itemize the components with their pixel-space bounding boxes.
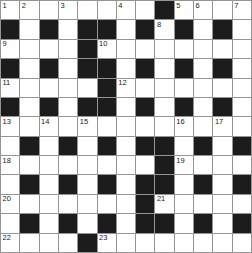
- black-cell: [155, 156, 173, 174]
- black-cell: [40, 59, 58, 77]
- white-cell[interactable]: [175, 234, 193, 252]
- white-cell[interactable]: [40, 1, 58, 19]
- white-cell[interactable]: [78, 1, 96, 19]
- white-cell[interactable]: 22: [1, 234, 19, 252]
- white-cell[interactable]: [1, 137, 19, 155]
- black-cell: [59, 137, 77, 155]
- black-cell: [136, 20, 154, 38]
- white-cell[interactable]: [233, 195, 251, 213]
- black-cell: [78, 59, 96, 77]
- white-cell[interactable]: 21: [155, 195, 173, 213]
- black-cell: [78, 234, 96, 252]
- black-cell: [98, 137, 116, 155]
- white-cell[interactable]: 3: [59, 1, 77, 19]
- white-cell[interactable]: [213, 1, 231, 19]
- black-cell: [20, 214, 38, 232]
- clue-number: 22: [3, 234, 11, 242]
- white-cell[interactable]: [175, 214, 193, 232]
- white-cell[interactable]: 7: [233, 1, 251, 19]
- white-cell[interactable]: [20, 59, 38, 77]
- white-cell[interactable]: [20, 117, 38, 135]
- white-cell[interactable]: [194, 195, 212, 213]
- white-cell[interactable]: [194, 40, 212, 58]
- white-cell[interactable]: [155, 40, 173, 58]
- clue-number: 21: [157, 195, 165, 203]
- white-cell[interactable]: [40, 79, 58, 97]
- white-cell[interactable]: 15: [78, 117, 96, 135]
- white-cell[interactable]: [117, 59, 135, 77]
- white-cell[interactable]: 4: [117, 1, 135, 19]
- crossword-grid: 1234567891011121314151617181920212223: [0, 0, 252, 253]
- white-cell[interactable]: [117, 195, 135, 213]
- black-cell: [155, 137, 173, 155]
- black-cell: [78, 20, 96, 38]
- black-cell: [155, 1, 173, 19]
- white-cell[interactable]: 11: [1, 79, 19, 97]
- black-cell: [194, 137, 212, 155]
- white-cell[interactable]: [59, 195, 77, 213]
- white-cell[interactable]: [136, 234, 154, 252]
- clue-number: 10: [99, 40, 107, 48]
- white-cell[interactable]: [40, 234, 58, 252]
- white-cell[interactable]: [155, 59, 173, 77]
- white-cell[interactable]: [233, 40, 251, 58]
- white-cell[interactable]: [59, 79, 77, 97]
- black-cell: [78, 40, 96, 58]
- white-cell[interactable]: [175, 40, 193, 58]
- black-cell: [98, 79, 116, 97]
- white-cell[interactable]: [117, 156, 135, 174]
- white-cell[interactable]: [98, 117, 116, 135]
- clue-number: 3: [60, 2, 64, 10]
- white-cell[interactable]: 14: [40, 117, 58, 135]
- clue-number: 19: [176, 157, 184, 165]
- white-cell[interactable]: [155, 79, 173, 97]
- clue-number: 13: [3, 118, 11, 126]
- black-cell: [78, 98, 96, 116]
- clue-number: 14: [41, 118, 49, 126]
- black-cell: [213, 98, 231, 116]
- white-cell[interactable]: [136, 117, 154, 135]
- white-cell[interactable]: [213, 195, 231, 213]
- black-cell: [155, 175, 173, 193]
- white-cell[interactable]: [155, 234, 173, 252]
- black-cell: [1, 59, 19, 77]
- white-cell[interactable]: [59, 40, 77, 58]
- white-cell[interactable]: [40, 156, 58, 174]
- white-cell[interactable]: [78, 79, 96, 97]
- white-cell[interactable]: [233, 98, 251, 116]
- black-cell: [59, 214, 77, 232]
- white-cell[interactable]: 8: [155, 20, 173, 38]
- black-cell: [136, 137, 154, 155]
- black-cell: [175, 20, 193, 38]
- clue-number: 20: [3, 195, 11, 203]
- black-cell: [98, 214, 116, 232]
- black-cell: [155, 214, 173, 232]
- clue-number: 1: [3, 2, 7, 10]
- white-cell[interactable]: [59, 59, 77, 77]
- white-cell[interactable]: [20, 195, 38, 213]
- white-cell[interactable]: [98, 195, 116, 213]
- white-cell[interactable]: 19: [175, 156, 193, 174]
- white-cell[interactable]: [40, 175, 58, 193]
- clue-number: 6: [196, 2, 200, 10]
- white-cell[interactable]: 16: [175, 117, 193, 135]
- black-cell: [213, 59, 231, 77]
- white-cell[interactable]: [175, 195, 193, 213]
- white-cell[interactable]: [117, 117, 135, 135]
- white-cell[interactable]: [20, 98, 38, 116]
- white-cell[interactable]: [78, 156, 96, 174]
- white-cell[interactable]: [136, 1, 154, 19]
- white-cell[interactable]: 6: [194, 1, 212, 19]
- white-cell[interactable]: 17: [213, 117, 231, 135]
- black-cell: [59, 175, 77, 193]
- black-cell: [175, 98, 193, 116]
- black-cell: [136, 214, 154, 232]
- white-cell[interactable]: [59, 234, 77, 252]
- white-cell[interactable]: [233, 59, 251, 77]
- white-cell[interactable]: [194, 117, 212, 135]
- clue-number: 15: [80, 118, 88, 126]
- white-cell[interactable]: 10: [98, 40, 116, 58]
- white-cell[interactable]: [78, 175, 96, 193]
- black-cell: [136, 98, 154, 116]
- black-cell: [98, 59, 116, 77]
- white-cell[interactable]: [213, 137, 231, 155]
- white-cell[interactable]: 2: [20, 1, 38, 19]
- clue-number: 11: [3, 79, 11, 87]
- clue-number: 9: [3, 40, 7, 48]
- white-cell[interactable]: [155, 98, 173, 116]
- white-cell[interactable]: [233, 156, 251, 174]
- white-cell[interactable]: [175, 175, 193, 193]
- black-cell: [175, 59, 193, 77]
- white-cell[interactable]: [175, 79, 193, 97]
- white-cell[interactable]: [117, 137, 135, 155]
- white-cell[interactable]: [233, 79, 251, 97]
- black-cell: [98, 98, 116, 116]
- white-cell[interactable]: [1, 175, 19, 193]
- white-cell[interactable]: [136, 79, 154, 97]
- black-cell: [40, 20, 58, 38]
- black-cell: [194, 175, 212, 193]
- white-cell[interactable]: [40, 214, 58, 232]
- black-cell: [136, 175, 154, 193]
- black-cell: [213, 20, 231, 38]
- white-cell[interactable]: [40, 195, 58, 213]
- black-cell: [233, 175, 251, 193]
- black-cell: [1, 98, 19, 116]
- white-cell[interactable]: [194, 79, 212, 97]
- white-cell[interactable]: [59, 156, 77, 174]
- white-cell[interactable]: [213, 234, 231, 252]
- black-cell: [20, 175, 38, 193]
- white-cell[interactable]: [175, 137, 193, 155]
- clue-number: 17: [215, 118, 223, 126]
- black-cell: [40, 98, 58, 116]
- black-cell: [233, 137, 251, 155]
- white-cell[interactable]: [59, 98, 77, 116]
- clue-number: 23: [99, 234, 107, 242]
- white-cell[interactable]: 5: [175, 1, 193, 19]
- black-cell: [98, 20, 116, 38]
- clue-number: 4: [118, 2, 122, 10]
- white-cell[interactable]: [233, 117, 251, 135]
- white-cell[interactable]: [233, 234, 251, 252]
- white-cell[interactable]: [117, 214, 135, 232]
- black-cell: [136, 195, 154, 213]
- clue-number: 18: [3, 157, 11, 165]
- white-cell[interactable]: 13: [1, 117, 19, 135]
- white-cell[interactable]: 12: [117, 79, 135, 97]
- clue-number: 8: [157, 21, 161, 29]
- white-cell[interactable]: [59, 20, 77, 38]
- white-cell[interactable]: [194, 156, 212, 174]
- black-cell: [1, 20, 19, 38]
- white-cell[interactable]: [213, 40, 231, 58]
- white-cell[interactable]: [136, 40, 154, 58]
- clue-number: 2: [22, 2, 26, 10]
- white-cell[interactable]: [194, 234, 212, 252]
- white-cell[interactable]: [136, 156, 154, 174]
- black-cell: [136, 59, 154, 77]
- white-cell[interactable]: [78, 214, 96, 232]
- white-cell[interactable]: [213, 79, 231, 97]
- white-cell[interactable]: [20, 40, 38, 58]
- white-cell[interactable]: [194, 59, 212, 77]
- white-cell[interactable]: [213, 175, 231, 193]
- white-cell[interactable]: 1: [1, 1, 19, 19]
- white-cell[interactable]: [20, 156, 38, 174]
- white-cell[interactable]: [78, 137, 96, 155]
- white-cell[interactable]: [155, 117, 173, 135]
- white-cell[interactable]: [20, 79, 38, 97]
- white-cell[interactable]: 23: [98, 234, 116, 252]
- clue-number: 16: [176, 118, 184, 126]
- white-cell[interactable]: [40, 40, 58, 58]
- white-cell[interactable]: [213, 214, 231, 232]
- white-cell[interactable]: 9: [1, 40, 19, 58]
- white-cell[interactable]: 18: [1, 156, 19, 174]
- white-cell[interactable]: [117, 234, 135, 252]
- white-cell[interactable]: [98, 156, 116, 174]
- white-cell[interactable]: [117, 40, 135, 58]
- black-cell: [233, 214, 251, 232]
- white-cell[interactable]: [194, 98, 212, 116]
- black-cell: [98, 175, 116, 193]
- white-cell[interactable]: [20, 20, 38, 38]
- white-cell[interactable]: 20: [1, 195, 19, 213]
- white-cell[interactable]: [20, 234, 38, 252]
- white-cell[interactable]: [117, 175, 135, 193]
- white-cell[interactable]: [40, 137, 58, 155]
- clue-number: 7: [234, 2, 238, 10]
- white-cell[interactable]: [117, 98, 135, 116]
- white-cell[interactable]: [117, 20, 135, 38]
- white-cell[interactable]: [78, 195, 96, 213]
- white-cell[interactable]: [194, 20, 212, 38]
- white-cell[interactable]: [59, 117, 77, 135]
- white-cell[interactable]: [98, 1, 116, 19]
- black-cell: [20, 137, 38, 155]
- white-cell[interactable]: [1, 214, 19, 232]
- white-cell[interactable]: [233, 20, 251, 38]
- clue-number: 12: [118, 79, 126, 87]
- white-cell[interactable]: [213, 156, 231, 174]
- clue-number: 5: [176, 2, 180, 10]
- black-cell: [194, 214, 212, 232]
